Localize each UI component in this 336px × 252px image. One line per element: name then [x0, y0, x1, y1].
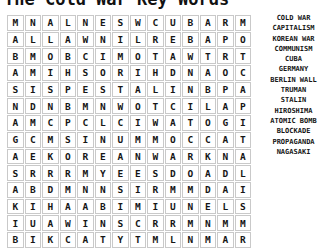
- grid-cell-r10c5[interactable]: M: [77, 165, 94, 181]
- grid-cell-r5c12[interactable]: B: [200, 82, 217, 98]
- grid-cell-r12c12[interactable]: E: [200, 199, 217, 215]
- grid-cell-r7c6[interactable]: L: [95, 115, 112, 131]
- grid-cell-r3c13[interactable]: R: [217, 48, 234, 64]
- grid-cell-r6c14[interactable]: P: [235, 98, 252, 114]
- grid-cell-r6c8[interactable]: O: [130, 98, 147, 114]
- page-title: The Cold War Key Words: [4, 0, 229, 8]
- grid-cell-r2c10[interactable]: E: [165, 32, 182, 48]
- word-list-item: HIROSHIMA: [251, 106, 336, 116]
- grid-cell-r3c3[interactable]: O: [42, 48, 59, 64]
- grid-cell-r10c11[interactable]: O: [182, 165, 199, 181]
- grid-cell-r10c1[interactable]: S: [7, 165, 24, 181]
- worksheet-page: The Cold War Key Words MNALNESWCUBARMALL…: [0, 0, 336, 252]
- grid-cell-r2c3[interactable]: L: [42, 32, 59, 48]
- grid-cell-r2c2[interactable]: L: [25, 32, 42, 48]
- grid-cell-r4c9[interactable]: H: [147, 65, 164, 81]
- grid-cell-r14c13[interactable]: A: [217, 232, 234, 248]
- grid-cell-r6c9[interactable]: T: [147, 98, 164, 114]
- grid-cell-r6c7[interactable]: W: [112, 98, 129, 114]
- grid-cell-r5c14[interactable]: A: [235, 82, 252, 98]
- grid-cell-r13c6[interactable]: N: [95, 215, 112, 231]
- grid-cell-r1c11[interactable]: B: [182, 15, 199, 31]
- grid-cell-r9c3[interactable]: K: [42, 149, 59, 165]
- grid-cell-r13c13[interactable]: M: [217, 215, 234, 231]
- grid-cell-r12c3[interactable]: H: [42, 199, 59, 215]
- grid-cell-r14c14[interactable]: R: [235, 232, 252, 248]
- grid-cell-r8c10[interactable]: O: [165, 132, 182, 148]
- grid-cell-r1c7[interactable]: S: [112, 15, 129, 31]
- grid-cell-r6c13[interactable]: A: [217, 98, 234, 114]
- grid-cell-r5c4[interactable]: P: [60, 82, 77, 98]
- grid-cell-r13c12[interactable]: N: [200, 215, 217, 231]
- grid-cell-r1c6[interactable]: E: [95, 15, 112, 31]
- grid-cell-r5c9[interactable]: L: [147, 82, 164, 98]
- grid-cell-r9c12[interactable]: K: [200, 149, 217, 165]
- grid-cell-r10c13[interactable]: D: [217, 165, 234, 181]
- grid-cell-r10c14[interactable]: L: [235, 165, 252, 181]
- grid-cell-r14c10[interactable]: L: [165, 232, 182, 248]
- grid-cell-r13c2[interactable]: U: [25, 215, 42, 231]
- grid-cell-r11c14[interactable]: I: [235, 182, 252, 198]
- grid-cell-r2c9[interactable]: R: [147, 32, 164, 48]
- grid-cell-r5c5[interactable]: E: [77, 82, 94, 98]
- grid-cell-r4c8[interactable]: I: [130, 65, 147, 81]
- grid-cell-r7c8[interactable]: I: [130, 115, 147, 131]
- grid-cell-r14c8[interactable]: T: [130, 232, 147, 248]
- grid-cell-r7c10[interactable]: A: [165, 115, 182, 131]
- word-list: COLD WARCAPITALISMKOREAN WARCOMMUNISMCUB…: [251, 13, 336, 157]
- grid-cell-r6c12[interactable]: L: [200, 98, 217, 114]
- grid-cell-r4c10[interactable]: D: [165, 65, 182, 81]
- grid-cell-r13c7[interactable]: S: [112, 215, 129, 231]
- grid-cell-r3c5[interactable]: C: [77, 48, 94, 64]
- grid-cell-r6c6[interactable]: N: [95, 98, 112, 114]
- grid-cell-r14c5[interactable]: A: [77, 232, 94, 248]
- grid-cell-r9c8[interactable]: N: [130, 149, 147, 165]
- grid-cell-r7c11[interactable]: T: [182, 115, 199, 131]
- grid-cell-r13c10[interactable]: R: [165, 215, 182, 231]
- word-list-item: GERMANY: [251, 64, 336, 74]
- grid-cell-r9c5[interactable]: R: [77, 149, 94, 165]
- grid-cell-r7c2[interactable]: M: [25, 115, 42, 131]
- grid-cell-r8c12[interactable]: C: [200, 132, 217, 148]
- grid-cell-r2c7[interactable]: I: [112, 32, 129, 48]
- grid-cell-r2c1[interactable]: A: [7, 32, 24, 48]
- grid-cell-r11c2[interactable]: B: [25, 182, 42, 198]
- grid-cell-r2c11[interactable]: B: [182, 32, 199, 48]
- grid-cell-r4c6[interactable]: O: [95, 65, 112, 81]
- grid-cell-r2c5[interactable]: W: [77, 32, 94, 48]
- word-list-item: PROPAGANDA: [251, 137, 336, 147]
- word-list-item: KOREAN WAR: [251, 34, 336, 44]
- word-list-item: BLOCKADE: [251, 126, 336, 136]
- grid-cell-r10c7[interactable]: E: [112, 165, 129, 181]
- grid-cell-r6c2[interactable]: D: [25, 98, 42, 114]
- grid-cell-r11c1[interactable]: A: [7, 182, 24, 198]
- grid-cell-r8c2[interactable]: C: [25, 132, 42, 148]
- grid-cell-r3c9[interactable]: T: [147, 48, 164, 64]
- grid-cell-r6c1[interactable]: N: [7, 98, 24, 114]
- grid-cell-r11c8[interactable]: I: [130, 182, 147, 198]
- grid-cell-r8c5[interactable]: I: [77, 132, 94, 148]
- grid-cell-r4c13[interactable]: O: [217, 65, 234, 81]
- grid-cell-r1c5[interactable]: N: [77, 15, 94, 31]
- grid-cell-r1c2[interactable]: N: [25, 15, 42, 31]
- grid-cell-r1c14[interactable]: M: [235, 15, 252, 31]
- grid-cell-r9c11[interactable]: R: [182, 149, 199, 165]
- grid-cell-r6c11[interactable]: I: [182, 98, 199, 114]
- grid-cell-r12c9[interactable]: I: [147, 199, 164, 215]
- grid-cell-r6c5[interactable]: M: [77, 98, 94, 114]
- grid-cell-r14c2[interactable]: I: [25, 232, 42, 248]
- grid-cell-r9c10[interactable]: A: [165, 149, 182, 165]
- grid-cell-r10c3[interactable]: R: [42, 165, 59, 181]
- grid-cell-r8c13[interactable]: A: [217, 132, 234, 148]
- grid-cell-r14c11[interactable]: N: [182, 232, 199, 248]
- grid-cell-r8c14[interactable]: T: [235, 132, 252, 148]
- grid-cell-r14c9[interactable]: M: [147, 232, 164, 248]
- grid-cell-r7c13[interactable]: G: [217, 115, 234, 131]
- grid-cell-r11c12[interactable]: D: [200, 182, 217, 198]
- grid-cell-r10c10[interactable]: D: [165, 165, 182, 181]
- grid-cell-r12c1[interactable]: K: [7, 199, 24, 215]
- grid-cell-r13c9[interactable]: R: [147, 215, 164, 231]
- grid-cell-r4c7[interactable]: R: [112, 65, 129, 81]
- grid-cell-r3c11[interactable]: W: [182, 48, 199, 64]
- word-list-item: CAPITALISM: [251, 23, 336, 33]
- word-list-item: COMMUNISM: [251, 44, 336, 54]
- grid-cell-r11c9[interactable]: R: [147, 182, 164, 198]
- grid-cell-r10c4[interactable]: R: [60, 165, 77, 181]
- grid-cell-r8c7[interactable]: U: [112, 132, 129, 148]
- grid-cell-r13c14[interactable]: M: [235, 215, 252, 231]
- grid-cell-r2c6[interactable]: N: [95, 32, 112, 48]
- grid-cell-r2c12[interactable]: A: [200, 32, 217, 48]
- grid-cell-r14c4[interactable]: C: [60, 232, 77, 248]
- grid-cell-r9c6[interactable]: E: [95, 149, 112, 165]
- grid-cell-r5c10[interactable]: I: [165, 82, 182, 98]
- grid-cell-r7c12[interactable]: O: [200, 115, 217, 131]
- grid-cell-r12c4[interactable]: A: [60, 199, 77, 215]
- grid-cell-r10c9[interactable]: S: [147, 165, 164, 181]
- grid-cell-r7c7[interactable]: C: [112, 115, 129, 131]
- grid-cell-r9c14[interactable]: A: [235, 149, 252, 165]
- word-list-item: TRUMAN: [251, 85, 336, 95]
- grid-cell-r12c11[interactable]: N: [182, 199, 199, 215]
- grid-cell-r8c8[interactable]: M: [130, 132, 147, 148]
- grid-cell-r4c11[interactable]: N: [182, 65, 199, 81]
- grid-cell-r8c3[interactable]: M: [42, 132, 59, 148]
- grid-cell-r12c5[interactable]: A: [77, 199, 94, 215]
- word-list-item: BERLIN WALL: [251, 75, 336, 85]
- grid-cell-r2c4[interactable]: A: [60, 32, 77, 48]
- grid-cell-r13c5[interactable]: I: [77, 215, 94, 231]
- word-list-item: NAGASAKI: [251, 147, 336, 157]
- grid-cell-r3c4[interactable]: B: [60, 48, 77, 64]
- grid-cell-r2c8[interactable]: L: [130, 32, 147, 48]
- grid-cell-r9c4[interactable]: O: [60, 149, 77, 165]
- grid-cell-r1c13[interactable]: R: [217, 15, 234, 31]
- word-search-grid: MNALNESWCUBARMALLAWNILREBAPOBMOBCIMOTAWT…: [7, 15, 251, 248]
- grid-cell-r8c4[interactable]: S: [60, 132, 77, 148]
- grid-cell-r13c1[interactable]: I: [7, 215, 24, 231]
- grid-cell-r7c4[interactable]: P: [60, 115, 77, 131]
- grid-cell-r14c6[interactable]: T: [95, 232, 112, 248]
- grid-cell-r3c14[interactable]: T: [235, 48, 252, 64]
- grid-cell-r14c3[interactable]: K: [42, 232, 59, 248]
- grid-cell-r1c8[interactable]: W: [130, 15, 147, 31]
- grid-cell-r5c13[interactable]: P: [217, 82, 234, 98]
- grid-cell-r14c12[interactable]: M: [200, 232, 217, 248]
- grid-cell-r4c2[interactable]: M: [25, 65, 42, 81]
- grid-cell-r7c3[interactable]: C: [42, 115, 59, 131]
- word-list-item: ATOMIC BOMB: [251, 116, 336, 126]
- grid-cell-r4c14[interactable]: C: [235, 65, 252, 81]
- grid-cell-r8c6[interactable]: N: [95, 132, 112, 148]
- grid-cell-r14c1[interactable]: B: [7, 232, 24, 248]
- grid-cell-r11c5[interactable]: N: [77, 182, 94, 198]
- grid-cell-r4c3[interactable]: I: [42, 65, 59, 81]
- grid-cell-r4c12[interactable]: A: [200, 65, 217, 81]
- grid-cell-r11c3[interactable]: D: [42, 182, 59, 198]
- grid-cell-r3c10[interactable]: A: [165, 48, 182, 64]
- grid-cell-r3c1[interactable]: B: [7, 48, 24, 64]
- grid-cell-r1c1[interactable]: M: [7, 15, 24, 31]
- grid-cell-r7c5[interactable]: C: [77, 115, 94, 131]
- grid-cell-r4c4[interactable]: H: [60, 65, 77, 81]
- grid-cell-r3c12[interactable]: T: [200, 48, 217, 64]
- grid-cell-r13c4[interactable]: W: [60, 215, 77, 231]
- grid-cell-r5c11[interactable]: N: [182, 82, 199, 98]
- grid-cell-r11c6[interactable]: N: [95, 182, 112, 198]
- grid-cell-r12c14[interactable]: S: [235, 199, 252, 215]
- grid-cell-r5c6[interactable]: S: [95, 82, 112, 98]
- grid-cell-r11c11[interactable]: M: [182, 182, 199, 198]
- grid-cell-r14c7[interactable]: Y: [112, 232, 129, 248]
- grid-cell-r5c2[interactable]: I: [25, 82, 42, 98]
- grid-cell-r11c10[interactable]: M: [165, 182, 182, 198]
- grid-cell-r1c10[interactable]: U: [165, 15, 182, 31]
- grid-cell-r7c14[interactable]: I: [235, 115, 252, 131]
- grid-cell-r3c6[interactable]: I: [95, 48, 112, 64]
- grid-cell-r12c6[interactable]: B: [95, 199, 112, 215]
- grid-cell-r10c6[interactable]: Y: [95, 165, 112, 181]
- grid-cell-r6c3[interactable]: N: [42, 98, 59, 114]
- grid-cell-r5c8[interactable]: A: [130, 82, 147, 98]
- grid-cell-r3c2[interactable]: M: [25, 48, 42, 64]
- word-list-item: STALIN: [251, 95, 336, 105]
- grid-cell-r12c13[interactable]: L: [217, 199, 234, 215]
- grid-cell-r9c9[interactable]: W: [147, 149, 164, 165]
- grid-cell-r10c12[interactable]: A: [200, 165, 217, 181]
- grid-cell-r13c3[interactable]: A: [42, 215, 59, 231]
- grid-cell-r10c8[interactable]: E: [130, 165, 147, 181]
- grid-cell-r1c4[interactable]: L: [60, 15, 77, 31]
- grid-cell-r4c1[interactable]: A: [7, 65, 24, 81]
- grid-cell-r12c10[interactable]: U: [165, 199, 182, 215]
- grid-cell-r2c14[interactable]: O: [235, 32, 252, 48]
- grid-cell-r10c2[interactable]: R: [25, 165, 42, 181]
- grid-cell-r9c2[interactable]: E: [25, 149, 42, 165]
- grid-cell-r6c10[interactable]: C: [165, 98, 182, 114]
- grid-cell-r12c7[interactable]: I: [112, 199, 129, 215]
- grid-cell-r11c13[interactable]: A: [217, 182, 234, 198]
- grid-cell-r12c8[interactable]: M: [130, 199, 147, 215]
- grid-cell-r2c13[interactable]: P: [217, 32, 234, 48]
- grid-cell-r8c1[interactable]: G: [7, 132, 24, 148]
- grid-cell-r9c13[interactable]: N: [217, 149, 234, 165]
- grid-cell-r4c5[interactable]: S: [77, 65, 94, 81]
- grid-cell-r9c7[interactable]: A: [112, 149, 129, 165]
- grid-cell-r3c7[interactable]: M: [112, 48, 129, 64]
- grid-cell-r12c2[interactable]: I: [25, 199, 42, 215]
- grid-cell-r5c1[interactable]: S: [7, 82, 24, 98]
- word-list-item: CUBA: [251, 54, 336, 64]
- grid-cell-r5c3[interactable]: S: [42, 82, 59, 98]
- grid-cell-r7c1[interactable]: A: [7, 115, 24, 131]
- grid-cell-r1c12[interactable]: A: [200, 15, 217, 31]
- grid-cell-r6c4[interactable]: B: [60, 98, 77, 114]
- grid-cell-r1c3[interactable]: A: [42, 15, 59, 31]
- grid-cell-r8c11[interactable]: C: [182, 132, 199, 148]
- grid-cell-r5c7[interactable]: T: [112, 82, 129, 98]
- word-list-item: COLD WAR: [251, 13, 336, 23]
- grid-cell-r7c9[interactable]: W: [147, 115, 164, 131]
- grid-cell-r11c7[interactable]: S: [112, 182, 129, 198]
- grid-cell-r11c4[interactable]: M: [60, 182, 77, 198]
- grid-cell-r1c9[interactable]: C: [147, 15, 164, 31]
- grid-cell-r13c8[interactable]: C: [130, 215, 147, 231]
- grid-cell-r8c9[interactable]: M: [147, 132, 164, 148]
- grid-cell-r3c8[interactable]: O: [130, 48, 147, 64]
- grid-cell-r9c1[interactable]: A: [7, 149, 24, 165]
- grid-cell-r13c11[interactable]: M: [182, 215, 199, 231]
